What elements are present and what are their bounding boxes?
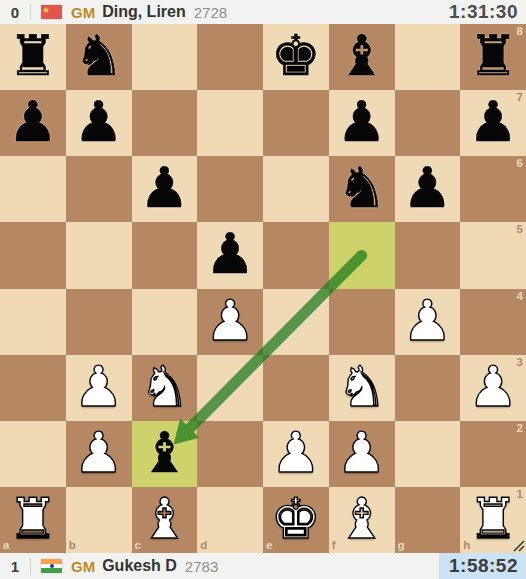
- square-e8[interactable]: ♚: [263, 24, 329, 90]
- square-g1[interactable]: g: [395, 487, 461, 553]
- piece-black-king[interactable]: ♚: [271, 28, 321, 84]
- square-c1[interactable]: c♝: [132, 487, 198, 553]
- square-f2[interactable]: ♟: [329, 421, 395, 487]
- square-b6[interactable]: [66, 156, 132, 222]
- square-c3[interactable]: ♞: [132, 355, 198, 421]
- chess-app-window: 0 ★ GM Ding, Liren 2728 1:31:30 ♜♞♚♝8♜♟♟…: [0, 0, 526, 579]
- square-b8[interactable]: ♞: [66, 24, 132, 90]
- chess-board[interactable]: ♜♞♚♝8♜♟♟♟7♟♟♞♟6♟5♟♟4♟♞♞3♟♟♝♟♟2a♜bc♝de♚f♝…: [0, 24, 526, 553]
- square-a5[interactable]: [0, 222, 66, 288]
- bottom-player-score: 1: [0, 558, 30, 575]
- square-g2[interactable]: [395, 421, 461, 487]
- square-f1[interactable]: f♝: [329, 487, 395, 553]
- square-a8[interactable]: ♜: [0, 24, 66, 90]
- piece-black-pawn[interactable]: ♟: [337, 94, 387, 150]
- file-label-d: d: [200, 540, 207, 552]
- square-f5[interactable]: [329, 222, 395, 288]
- rank-label-2: 2: [517, 423, 523, 435]
- square-h7[interactable]: 7♟: [460, 90, 526, 156]
- square-a1[interactable]: a♜: [0, 487, 66, 553]
- square-g5[interactable]: [395, 222, 461, 288]
- piece-white-pawn[interactable]: ♟: [337, 425, 387, 481]
- flag-star-icon: ★: [42, 3, 50, 17]
- square-c2[interactable]: ♝: [132, 421, 198, 487]
- piece-white-bishop[interactable]: ♝: [337, 491, 387, 547]
- top-player-bar: 0 ★ GM Ding, Liren 2728 1:31:30: [0, 0, 526, 24]
- square-h4[interactable]: 4: [460, 289, 526, 355]
- square-e2[interactable]: ♟: [263, 421, 329, 487]
- board-container: ♜♞♚♝8♜♟♟♟7♟♟♞♟6♟5♟♟4♟♞♞3♟♟♝♟♟2a♜bc♝de♚f♝…: [0, 24, 526, 553]
- piece-black-pawn[interactable]: ♟: [205, 226, 255, 282]
- piece-white-pawn[interactable]: ♟: [74, 359, 124, 415]
- square-g8[interactable]: [395, 24, 461, 90]
- square-e5[interactable]: [263, 222, 329, 288]
- square-b2[interactable]: ♟: [66, 421, 132, 487]
- square-b7[interactable]: ♟: [66, 90, 132, 156]
- square-a3[interactable]: [0, 355, 66, 421]
- square-b3[interactable]: ♟: [66, 355, 132, 421]
- bottom-player-info: 1 GM Gukesh D 2783: [0, 553, 439, 579]
- piece-black-pawn[interactable]: ♟: [139, 160, 189, 216]
- piece-black-pawn[interactable]: ♟: [8, 94, 58, 150]
- top-player-score: 0: [0, 4, 30, 21]
- square-a2[interactable]: [0, 421, 66, 487]
- piece-white-pawn[interactable]: ♟: [468, 359, 518, 415]
- piece-white-pawn[interactable]: ♟: [402, 293, 452, 349]
- square-d2[interactable]: [197, 421, 263, 487]
- bottom-player-clock: 1:58:52: [439, 553, 526, 579]
- square-c5[interactable]: [132, 222, 198, 288]
- square-d3[interactable]: [197, 355, 263, 421]
- divider: [30, 558, 31, 574]
- file-label-g: g: [398, 540, 405, 552]
- square-c8[interactable]: [132, 24, 198, 90]
- piece-black-rook[interactable]: ♜: [468, 28, 518, 84]
- bottom-player-title: GM: [71, 558, 95, 575]
- piece-black-pawn[interactable]: ♟: [74, 94, 124, 150]
- square-d8[interactable]: [197, 24, 263, 90]
- piece-white-rook[interactable]: ♜: [8, 491, 58, 547]
- piece-white-king[interactable]: ♚: [271, 491, 321, 547]
- square-h6[interactable]: 6: [460, 156, 526, 222]
- india-flag-icon: [41, 559, 62, 573]
- square-a6[interactable]: [0, 156, 66, 222]
- square-f8[interactable]: ♝: [329, 24, 395, 90]
- rank-label-6: 6: [517, 158, 523, 170]
- square-d4[interactable]: ♟: [197, 289, 263, 355]
- square-d7[interactable]: [197, 90, 263, 156]
- square-g7[interactable]: [395, 90, 461, 156]
- piece-white-pawn[interactable]: ♟: [205, 293, 255, 349]
- piece-white-bishop[interactable]: ♝: [139, 491, 189, 547]
- square-b5[interactable]: [66, 222, 132, 288]
- square-f4[interactable]: [329, 289, 395, 355]
- file-label-b: b: [69, 540, 76, 552]
- square-c6[interactable]: ♟: [132, 156, 198, 222]
- china-flag-icon: ★: [41, 5, 62, 19]
- piece-white-pawn[interactable]: ♟: [271, 425, 321, 481]
- square-d6[interactable]: [197, 156, 263, 222]
- square-e6[interactable]: [263, 156, 329, 222]
- square-e1[interactable]: e♚: [263, 487, 329, 553]
- piece-white-pawn[interactable]: ♟: [74, 425, 124, 481]
- piece-white-knight[interactable]: ♞: [139, 359, 189, 415]
- square-g4[interactable]: ♟: [395, 289, 461, 355]
- divider: [30, 4, 31, 20]
- top-player-name: Ding, Liren: [102, 3, 186, 21]
- piece-black-pawn[interactable]: ♟: [402, 160, 452, 216]
- rank-label-5: 5: [517, 224, 523, 236]
- square-c7[interactable]: [132, 90, 198, 156]
- square-b1[interactable]: b: [66, 487, 132, 553]
- square-e7[interactable]: [263, 90, 329, 156]
- bottom-player-rating: 2783: [185, 558, 218, 575]
- square-e4[interactable]: [263, 289, 329, 355]
- bottom-player-bar: 1 GM Gukesh D 2783 1:58:52: [0, 553, 526, 579]
- square-e3[interactable]: [263, 355, 329, 421]
- square-g3[interactable]: [395, 355, 461, 421]
- square-h8[interactable]: 8♜: [460, 24, 526, 90]
- square-b4[interactable]: [66, 289, 132, 355]
- piece-black-bishop[interactable]: ♝: [337, 28, 387, 84]
- square-g6[interactable]: ♟: [395, 156, 461, 222]
- top-player-info: 0 ★ GM Ding, Liren 2728: [0, 0, 439, 24]
- square-a4[interactable]: [0, 289, 66, 355]
- piece-black-pawn[interactable]: ♟: [468, 94, 518, 150]
- piece-white-knight[interactable]: ♞: [337, 359, 387, 415]
- top-player-rating: 2728: [194, 4, 227, 21]
- square-h3[interactable]: 3♟: [460, 355, 526, 421]
- piece-black-bishop[interactable]: ♝: [139, 425, 189, 481]
- square-f6[interactable]: ♞: [329, 156, 395, 222]
- rank-label-4: 4: [517, 291, 523, 303]
- square-f3[interactable]: ♞: [329, 355, 395, 421]
- square-c4[interactable]: [132, 289, 198, 355]
- piece-black-knight[interactable]: ♞: [74, 28, 124, 84]
- square-f7[interactable]: ♟: [329, 90, 395, 156]
- flag-chakra-icon: [50, 564, 54, 568]
- square-d5[interactable]: ♟: [197, 222, 263, 288]
- square-d1[interactable]: d: [197, 487, 263, 553]
- piece-black-rook[interactable]: ♜: [8, 28, 58, 84]
- board-resize-handle[interactable]: [510, 537, 525, 552]
- top-player-clock: 1:31:30: [439, 0, 526, 24]
- piece-black-knight[interactable]: ♞: [337, 160, 387, 216]
- square-h5[interactable]: 5: [460, 222, 526, 288]
- top-player-title: GM: [71, 4, 95, 21]
- bottom-player-name: Gukesh D: [102, 557, 177, 575]
- square-a7[interactable]: ♟: [0, 90, 66, 156]
- square-h2[interactable]: 2: [460, 421, 526, 487]
- file-label-f: f: [332, 540, 336, 552]
